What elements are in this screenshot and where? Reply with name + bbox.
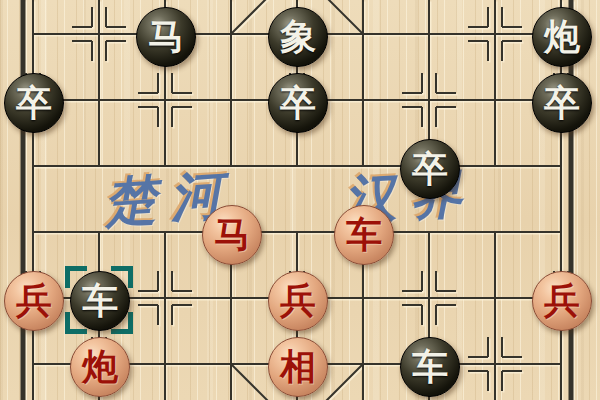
piece-red-cannon[interactable]: 炮 <box>70 337 130 397</box>
pieces-layer: 马象炮卒卒卒卒马车兵车兵兵炮相车 <box>0 0 600 400</box>
piece-red-soldier[interactable]: 兵 <box>532 271 592 331</box>
piece-red-chariot[interactable]: 车 <box>334 205 394 265</box>
piece-black-soldier[interactable]: 卒 <box>4 73 64 133</box>
piece-character: 车 <box>412 338 448 396</box>
piece-black-elephant[interactable]: 象 <box>268 7 328 67</box>
piece-black-horse[interactable]: 马 <box>136 7 196 67</box>
piece-black-chariot[interactable]: 车 <box>400 337 460 397</box>
piece-character: 马 <box>214 206 250 264</box>
piece-character: 象 <box>280 8 316 66</box>
piece-black-soldier[interactable]: 卒 <box>532 73 592 133</box>
piece-character: 车 <box>346 206 382 264</box>
piece-character: 卒 <box>544 74 580 132</box>
piece-red-soldier[interactable]: 兵 <box>4 271 64 331</box>
piece-character: 兵 <box>16 272 52 330</box>
piece-red-horse[interactable]: 马 <box>202 205 262 265</box>
piece-black-soldier[interactable]: 卒 <box>268 73 328 133</box>
piece-character: 相 <box>280 338 316 396</box>
piece-red-elephant[interactable]: 相 <box>268 337 328 397</box>
piece-character: 卒 <box>412 140 448 198</box>
xiangqi-board[interactable]: 楚河 汉界 马象炮卒卒卒卒马车兵车兵兵炮相车 <box>0 0 600 400</box>
piece-character: 卒 <box>16 74 52 132</box>
piece-character: 卒 <box>280 74 316 132</box>
piece-black-soldier[interactable]: 卒 <box>400 139 460 199</box>
piece-character: 兵 <box>544 272 580 330</box>
piece-black-chariot[interactable]: 车 <box>70 271 130 331</box>
piece-red-soldier[interactable]: 兵 <box>268 271 328 331</box>
piece-black-cannon[interactable]: 炮 <box>532 7 592 67</box>
piece-character: 炮 <box>544 8 580 66</box>
piece-character: 兵 <box>280 272 316 330</box>
piece-character: 马 <box>148 8 184 66</box>
piece-character: 炮 <box>82 338 118 396</box>
piece-character: 车 <box>82 272 118 330</box>
